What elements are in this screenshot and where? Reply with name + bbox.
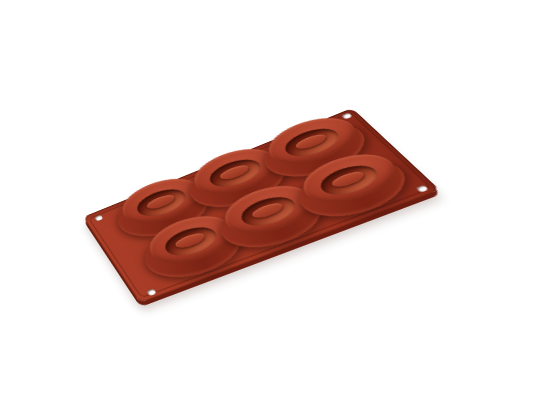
cavity-center-bump: [218, 163, 252, 182]
cavity-center-bump: [173, 231, 207, 250]
cavity-center-bump: [294, 132, 330, 151]
silicone-mold: [83, 108, 440, 303]
cavity-center-bump: [329, 169, 367, 189]
product-photo-canvas: [0, 0, 543, 407]
cavity-center-bump: [145, 193, 178, 212]
cavity-center-bump: [250, 201, 286, 221]
